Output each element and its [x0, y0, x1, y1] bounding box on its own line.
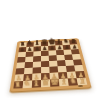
piece-white-bishop-c1: ♝: [32, 79, 40, 88]
piece-white-bishop-f1: ♝: [60, 77, 68, 86]
makers-stamp-icon: [78, 85, 83, 87]
square-c6: [33, 51, 41, 56]
piece-white-rook-h1: ♜: [79, 77, 86, 85]
chess-set-photo: ♜♞♝♛♚♝♞♜♟♟♟♟♟♟♟♟♟♟♟♟♟♟♟♟♜♞♝♛♚♝♞♜: [0, 0, 98, 98]
square-b1: ♞: [23, 80, 33, 88]
board-frame: ♜♞♝♛♚♝♞♜♟♟♟♟♟♟♟♟♟♟♟♟♟♟♟♟♜♞♝♛♚♝♞♜: [9, 38, 91, 91]
square-h1: ♜: [77, 78, 88, 86]
square-d1: ♛: [41, 80, 50, 88]
board-grid: ♜♞♝♛♚♝♞♜♟♟♟♟♟♟♟♟♟♟♟♟♟♟♟♟♜♞♝♛♚♝♞♜: [13, 40, 87, 89]
square-e5: [49, 55, 57, 61]
piece-white-knight-b1: ♞: [23, 80, 31, 88]
square-c1: ♝: [32, 80, 41, 88]
chess-board: ♜♞♝♛♚♝♞♜♟♟♟♟♟♟♟♟♟♟♟♟♟♟♟♟♜♞♝♛♚♝♞♜: [9, 38, 91, 91]
square-c5: [33, 56, 41, 62]
piece-white-rook-a1: ♜: [14, 81, 21, 89]
square-h5: [72, 54, 81, 60]
